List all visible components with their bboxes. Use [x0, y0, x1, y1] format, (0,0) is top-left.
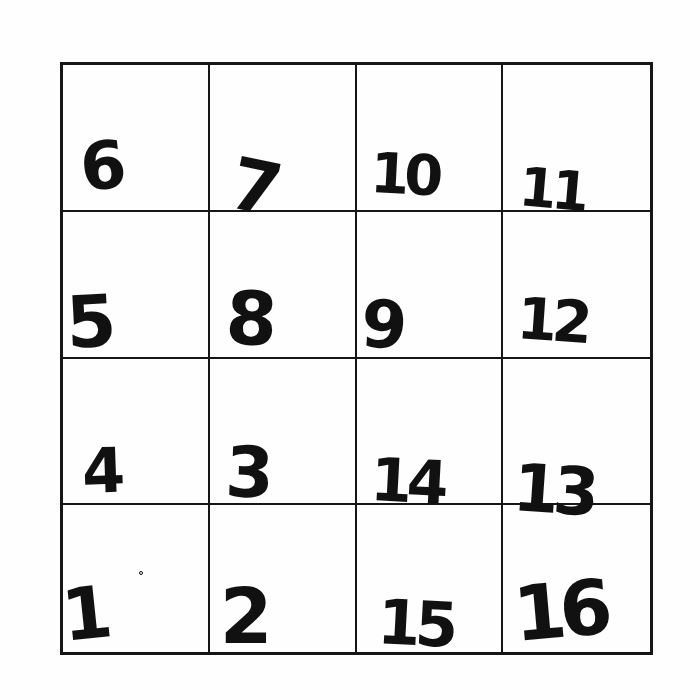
grid-cell-r1c2: 7	[210, 65, 357, 212]
grid-cell-r4c2: 2	[210, 505, 357, 652]
grid-cell-r2c1: 5	[63, 212, 210, 359]
cell-number: 3	[224, 437, 269, 508]
grid-cell-r1c4: 11	[503, 65, 650, 212]
cell-number: 1	[58, 576, 109, 652]
page-background: 67101158912431413121516	[0, 0, 700, 700]
cell-number: 6	[77, 132, 124, 202]
grid-cell-r3c4: 13	[503, 359, 650, 506]
cell-number: 2	[220, 579, 266, 655]
cell-number: 14	[369, 449, 445, 513]
grid-cell-r3c2: 3	[210, 359, 357, 506]
cell-number: 11	[517, 160, 587, 219]
grid-cell-r1c3: 10	[357, 65, 504, 212]
grid-cell-r2c3: 9	[357, 212, 504, 359]
grid-cell-r4c3: 15	[357, 505, 504, 652]
puzzle-grid: 67101158912431413121516	[60, 62, 653, 655]
cell-number: 12	[515, 289, 589, 352]
grid-cell-r4c1: 1	[63, 505, 210, 652]
grid-cell-r2c4: 12	[503, 212, 650, 359]
cell-number: 10	[369, 145, 440, 204]
grid-cell-r3c1: 4	[63, 359, 210, 506]
cell-number: 4	[81, 439, 121, 502]
cell-number: 5	[64, 285, 111, 359]
grid-cell-r2c2: 8	[210, 212, 357, 359]
cell-number: 16	[511, 570, 609, 654]
stray-dot-mark	[139, 571, 143, 575]
grid-cell-r1c1: 6	[63, 65, 210, 212]
grid-cell-r3c3: 14	[357, 359, 504, 506]
cell-number: 9	[359, 291, 403, 360]
cell-number: 8	[224, 280, 273, 356]
cell-number: 13	[511, 455, 595, 526]
cell-number: 15	[376, 591, 454, 657]
